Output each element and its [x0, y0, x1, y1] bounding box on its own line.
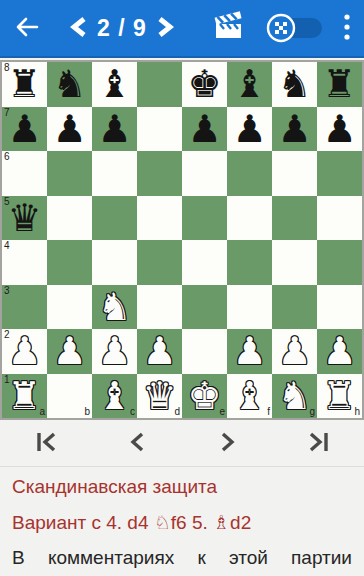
square-b7[interactable]: ♟ — [47, 107, 92, 152]
square-a7[interactable]: 7♟ — [2, 107, 47, 152]
white-bishop: ♝ — [97, 374, 131, 418]
square-d8[interactable] — [137, 62, 182, 107]
square-a1[interactable]: 1a♜ — [2, 374, 47, 419]
go-prev-button[interactable] — [91, 430, 182, 457]
black-queen: ♛ — [7, 196, 41, 240]
square-a8[interactable]: 8♜ — [2, 62, 47, 107]
page-counter: 2 / 9 — [97, 15, 147, 42]
file-label: d — [174, 407, 180, 417]
square-c5[interactable] — [92, 196, 137, 241]
square-e8[interactable]: ♚ — [182, 62, 227, 107]
square-f8[interactable]: ♝ — [227, 62, 272, 107]
square-g5[interactable] — [272, 196, 317, 241]
go-prev-icon — [127, 430, 147, 457]
square-c6[interactable] — [92, 151, 137, 196]
black-pawn: ♟ — [322, 107, 356, 151]
square-b8[interactable]: ♞ — [47, 62, 92, 107]
square-c1[interactable]: c♝ — [92, 374, 137, 419]
go-next-icon — [218, 430, 238, 457]
square-d5[interactable] — [137, 196, 182, 241]
square-e1[interactable]: e♚ — [182, 374, 227, 419]
rank-label: 7 — [4, 108, 10, 118]
square-g2[interactable]: ♟ — [272, 329, 317, 374]
square-g6[interactable] — [272, 151, 317, 196]
square-d2[interactable]: ♟ — [137, 329, 182, 374]
square-d1[interactable]: d♛ — [137, 374, 182, 419]
square-h1[interactable]: h♜ — [317, 374, 362, 419]
square-c4[interactable] — [92, 240, 137, 285]
video-lesson-button[interactable] — [212, 11, 246, 46]
square-d3[interactable] — [137, 285, 182, 330]
square-f5[interactable] — [227, 196, 272, 241]
square-b6[interactable] — [47, 151, 92, 196]
square-f2[interactable]: ♟ — [227, 329, 272, 374]
square-a6[interactable]: 6 — [2, 151, 47, 196]
square-h2[interactable]: ♟ — [317, 329, 362, 374]
square-f1[interactable]: f♝ — [227, 374, 272, 419]
black-pawn: ♟ — [232, 107, 266, 151]
go-next-button[interactable] — [182, 430, 273, 457]
square-h7[interactable]: ♟ — [317, 107, 362, 152]
square-a4[interactable]: 4 — [2, 240, 47, 285]
white-pawn: ♟ — [232, 329, 266, 373]
black-king: ♚ — [187, 62, 221, 106]
square-b4[interactable] — [47, 240, 92, 285]
prev-triangle-icon — [70, 16, 87, 41]
back-button[interactable] — [14, 16, 40, 41]
square-d6[interactable] — [137, 151, 182, 196]
white-queen: ♛ — [142, 374, 176, 418]
square-a2[interactable]: 2♟ — [2, 329, 47, 374]
lesson-text-panel: Скандинавская защита Вариант с 4. d4 ♘f6… — [0, 467, 364, 569]
square-b1[interactable]: b — [47, 374, 92, 419]
white-king: ♚ — [187, 374, 221, 418]
file-label: h — [354, 407, 360, 417]
square-f3[interactable] — [227, 285, 272, 330]
square-f7[interactable]: ♟ — [227, 107, 272, 152]
square-g1[interactable]: g♞ — [272, 374, 317, 419]
white-pawn: ♟ — [7, 329, 41, 373]
black-knight: ♞ — [52, 62, 86, 106]
square-e2[interactable] — [182, 329, 227, 374]
go-last-icon — [306, 430, 332, 457]
chess-board: 8♜♞♝♚♝♞♜7♟♟♟♟♟♟♟65♛43♞2♟♟♟♟♟♟♟1a♜bc♝d♛e♚… — [0, 60, 364, 420]
square-c2[interactable]: ♟ — [92, 329, 137, 374]
square-c3[interactable]: ♞ — [92, 285, 137, 330]
white-rook: ♜ — [322, 374, 356, 418]
file-label: e — [219, 407, 225, 417]
white-knight: ♞ — [277, 374, 311, 418]
rank-label: 5 — [4, 197, 10, 207]
square-d7[interactable] — [137, 107, 182, 152]
move-nav-bar — [0, 420, 364, 466]
square-h6[interactable] — [317, 151, 362, 196]
go-first-icon — [33, 430, 59, 457]
variant-line: Вариант с 4. d4 ♘f6 5. ♗d2 — [12, 511, 352, 534]
square-d4[interactable] — [137, 240, 182, 285]
rank-label: 4 — [4, 241, 10, 251]
black-knight: ♞ — [277, 62, 311, 106]
square-g3[interactable] — [272, 285, 317, 330]
white-pawn: ♟ — [277, 329, 311, 373]
square-f4[interactable] — [227, 240, 272, 285]
black-pawn: ♟ — [187, 107, 221, 151]
white-rook: ♜ — [7, 374, 41, 418]
black-pawn: ♟ — [52, 107, 86, 151]
rank-label: 6 — [4, 152, 10, 162]
white-knight: ♞ — [97, 285, 131, 329]
square-b5[interactable] — [47, 196, 92, 241]
square-e7[interactable]: ♟ — [182, 107, 227, 152]
square-h3[interactable] — [317, 285, 362, 330]
white-pawn: ♟ — [97, 329, 131, 373]
square-g7[interactable]: ♟ — [272, 107, 317, 152]
rank-label: 8 — [4, 63, 10, 73]
file-label: g — [309, 407, 315, 417]
square-e4[interactable] — [182, 240, 227, 285]
overflow-menu-icon — [344, 14, 350, 43]
white-pawn: ♟ — [322, 329, 356, 373]
square-a5[interactable]: 5♛ — [2, 196, 47, 241]
file-label: c — [130, 407, 135, 417]
comment-text: В комментариях к этой партии — [12, 547, 352, 569]
square-h4[interactable] — [317, 240, 362, 285]
file-label: b — [84, 407, 90, 417]
clapperboard-icon — [212, 11, 246, 46]
black-rook: ♜ — [322, 62, 356, 106]
square-c7[interactable]: ♟ — [92, 107, 137, 152]
square-g8[interactable]: ♞ — [272, 62, 317, 107]
square-b2[interactable]: ♟ — [47, 329, 92, 374]
square-h5[interactable] — [317, 196, 362, 241]
white-pawn: ♟ — [142, 329, 176, 373]
overflow-menu-button[interactable] — [344, 14, 350, 43]
square-h8[interactable]: ♜ — [317, 62, 362, 107]
square-g4[interactable] — [272, 240, 317, 285]
back-arrow-icon — [14, 16, 40, 41]
prev-page-button[interactable] — [70, 16, 87, 41]
go-last-button[interactable] — [273, 430, 364, 457]
file-label: f — [267, 407, 270, 417]
square-e3[interactable] — [182, 285, 227, 330]
black-pawn: ♟ — [7, 107, 41, 151]
go-first-button[interactable] — [0, 430, 91, 457]
white-bishop: ♝ — [232, 374, 266, 418]
black-bishop: ♝ — [97, 62, 131, 106]
black-rook: ♜ — [7, 62, 41, 106]
square-c8[interactable]: ♝ — [92, 62, 137, 107]
square-e5[interactable] — [182, 196, 227, 241]
square-f6[interactable] — [227, 151, 272, 196]
square-b3[interactable] — [47, 285, 92, 330]
page-navigator: 2 / 9 — [70, 15, 174, 42]
rank-label: 2 — [4, 330, 10, 340]
opening-title: Скандинавская защита — [12, 476, 352, 498]
square-e6[interactable] — [182, 151, 227, 196]
black-pawn: ♟ — [97, 107, 131, 151]
app-bar: 2 / 9 — [0, 0, 364, 58]
next-triangle-icon — [157, 16, 174, 41]
black-pawn: ♟ — [277, 107, 311, 151]
black-bishop: ♝ — [232, 62, 266, 106]
next-page-button[interactable] — [157, 16, 174, 41]
board-view-toggle[interactable] — [266, 13, 324, 43]
rank-label: 1 — [4, 375, 10, 385]
file-label: a — [39, 407, 45, 417]
rank-label: 3 — [4, 286, 10, 296]
square-a3[interactable]: 3 — [2, 285, 47, 330]
white-pawn: ♟ — [52, 329, 86, 373]
